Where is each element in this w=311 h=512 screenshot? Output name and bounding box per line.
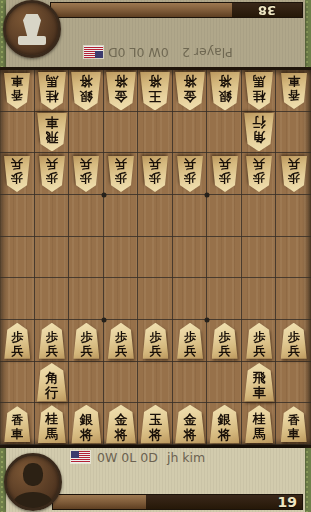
- opponent-score: 38: [258, 3, 276, 18]
- board-cell[interactable]: [69, 237, 104, 279]
- board-cell[interactable]: 金将: [173, 70, 208, 112]
- board-cell[interactable]: 歩兵: [207, 320, 242, 362]
- board-cell[interactable]: 歩兵: [35, 320, 70, 362]
- shogi-piece-gote[interactable]: 金将: [175, 71, 206, 110]
- board-cell[interactable]: [242, 278, 277, 320]
- board-cell[interactable]: 香車: [0, 70, 35, 112]
- board-cell[interactable]: 歩兵: [0, 320, 35, 362]
- shogi-piece-gote[interactable]: 角行: [244, 113, 275, 152]
- shogi-piece-gote[interactable]: 桂馬: [245, 72, 274, 110]
- shogi-piece-sente[interactable]: 歩兵: [142, 323, 169, 359]
- board-cell[interactable]: 歩兵: [69, 153, 104, 195]
- board-cell[interactable]: [35, 195, 70, 237]
- board-cell[interactable]: 歩兵: [0, 153, 35, 195]
- shogi-piece-gote[interactable]: 銀将: [209, 71, 240, 110]
- shogi-piece-gote[interactable]: 歩兵: [177, 156, 204, 192]
- shogi-piece-gote[interactable]: 歩兵: [211, 156, 238, 192]
- star-point: [205, 318, 210, 323]
- player-name: jh kim: [167, 450, 205, 465]
- us-flag-icon: [84, 46, 103, 58]
- board-cell[interactable]: [276, 195, 311, 237]
- shogi-piece-sente[interactable]: 歩兵: [38, 323, 65, 359]
- board-cell[interactable]: [0, 362, 35, 404]
- board-cell[interactable]: [104, 278, 139, 320]
- board-cell[interactable]: [0, 195, 35, 237]
- board-cell[interactable]: 香車: [276, 403, 311, 445]
- board-cell[interactable]: [242, 195, 277, 237]
- board-cell[interactable]: [104, 362, 139, 404]
- board-cell[interactable]: [276, 362, 311, 404]
- shogi-piece-gote[interactable]: 銀将: [71, 71, 102, 110]
- board-cell[interactable]: 銀将: [207, 403, 242, 445]
- shogi-piece-sente[interactable]: 金将: [175, 405, 206, 444]
- shogi-piece-sente[interactable]: 角行: [36, 363, 67, 402]
- board-cell[interactable]: 桂馬: [35, 403, 70, 445]
- shogi-piece-gote[interactable]: 桂馬: [37, 72, 66, 110]
- board-cell[interactable]: [207, 362, 242, 404]
- shogi-piece-sente[interactable]: 歩兵: [4, 323, 31, 359]
- board-cell[interactable]: 飛車: [242, 362, 277, 404]
- board-cell[interactable]: 歩兵: [242, 320, 277, 362]
- shogi-piece-gote[interactable]: 歩兵: [280, 156, 307, 192]
- board-cell[interactable]: 角行: [242, 112, 277, 154]
- board-cell[interactable]: 歩兵: [104, 320, 139, 362]
- board-cell[interactable]: [0, 237, 35, 279]
- shogi-piece-icon: [18, 13, 46, 45]
- board-cell[interactable]: 金将: [173, 403, 208, 445]
- board-cell[interactable]: [69, 112, 104, 154]
- player-avatar[interactable]: [4, 453, 62, 511]
- shogi-piece-sente[interactable]: 歩兵: [280, 323, 307, 359]
- board-cell[interactable]: [138, 112, 173, 154]
- shogi-piece-gote[interactable]: 飛車: [36, 113, 67, 152]
- shogi-piece-sente[interactable]: 銀将: [71, 405, 102, 444]
- player-timebar-fill: [53, 495, 146, 509]
- shogi-piece-gote[interactable]: 歩兵: [38, 156, 65, 192]
- shogi-piece-gote[interactable]: 香車: [280, 73, 307, 109]
- board-cell[interactable]: [104, 112, 139, 154]
- us-flag-icon: [71, 451, 90, 463]
- board-cell[interactable]: 王将: [138, 70, 173, 112]
- board-cell[interactable]: 歩兵: [138, 153, 173, 195]
- board-cell[interactable]: [69, 278, 104, 320]
- board-cell[interactable]: [104, 237, 139, 279]
- board-cell[interactable]: 玉将: [138, 403, 173, 445]
- app-screen: 38 0W 0L 0D Player 2 香車桂馬銀将金将王将金将銀将桂馬香車飛…: [0, 0, 311, 512]
- star-point: [205, 193, 210, 198]
- board-cell[interactable]: [69, 362, 104, 404]
- board-cell[interactable]: 歩兵: [276, 153, 311, 195]
- board-cell[interactable]: [138, 195, 173, 237]
- board-cell[interactable]: 桂馬: [242, 403, 277, 445]
- board-cell[interactable]: 歩兵: [242, 153, 277, 195]
- board-cell[interactable]: 歩兵: [173, 153, 208, 195]
- opponent-timebar: 38: [50, 2, 303, 18]
- shogi-piece-sente[interactable]: 桂馬: [37, 405, 66, 443]
- board-cell[interactable]: 銀将: [69, 70, 104, 112]
- shogi-piece-sente[interactable]: 桂馬: [245, 405, 274, 443]
- board-cell[interactable]: 桂馬: [242, 70, 277, 112]
- opponent-timebar-fill: [51, 3, 232, 17]
- shogi-piece-sente[interactable]: 歩兵: [211, 323, 238, 359]
- board-cell[interactable]: [173, 112, 208, 154]
- board-cell[interactable]: [276, 237, 311, 279]
- board-cell[interactable]: 銀将: [207, 70, 242, 112]
- board-cell[interactable]: [138, 362, 173, 404]
- shogi-piece-gote[interactable]: 歩兵: [4, 156, 31, 192]
- board-cell[interactable]: [138, 237, 173, 279]
- board-cell[interactable]: [173, 195, 208, 237]
- shogi-piece-gote[interactable]: 王将: [140, 71, 171, 110]
- board-cell[interactable]: [0, 112, 35, 154]
- board-cell[interactable]: [207, 278, 242, 320]
- shogi-piece-sente[interactable]: 玉将: [140, 405, 171, 444]
- board-cell[interactable]: 角行: [35, 362, 70, 404]
- board-cell[interactable]: 金将: [104, 70, 139, 112]
- board-cell[interactable]: 歩兵: [35, 153, 70, 195]
- shogi-piece-sente[interactable]: 歩兵: [246, 323, 273, 359]
- shogi-piece-sente[interactable]: 銀将: [209, 405, 240, 444]
- board-cell[interactable]: 香車: [276, 70, 311, 112]
- shogi-piece-gote[interactable]: 歩兵: [142, 156, 169, 192]
- board-cell[interactable]: [276, 278, 311, 320]
- shogi-board: 香車桂馬銀将金将王将金将銀将桂馬香車飛車角行歩兵歩兵歩兵歩兵歩兵歩兵歩兵歩兵歩兵…: [0, 67, 311, 448]
- shogi-piece-gote[interactable]: 歩兵: [246, 156, 273, 192]
- person-icon: [7, 456, 59, 508]
- shogi-piece-gote[interactable]: 歩兵: [73, 156, 100, 192]
- board-cell[interactable]: [69, 195, 104, 237]
- opponent-record: 0W 0L 0D: [108, 45, 169, 60]
- board-cell[interactable]: 歩兵: [276, 320, 311, 362]
- board-cell[interactable]: [173, 362, 208, 404]
- board-cell[interactable]: 金将: [104, 403, 139, 445]
- board-cell[interactable]: 桂馬: [35, 70, 70, 112]
- shogi-piece-sente[interactable]: 歩兵: [73, 323, 100, 359]
- board-cell[interactable]: [173, 278, 208, 320]
- board-cell[interactable]: 歩兵: [69, 320, 104, 362]
- board-cell[interactable]: [276, 112, 311, 154]
- shogi-piece-sente[interactable]: 歩兵: [177, 323, 204, 359]
- board-cell[interactable]: [207, 112, 242, 154]
- opponent-avatar[interactable]: [3, 0, 61, 58]
- board-cell[interactable]: [138, 278, 173, 320]
- opponent-name: Player 2: [182, 45, 233, 60]
- player-timebar: 19: [52, 494, 303, 510]
- shogi-piece-sente[interactable]: 金将: [105, 405, 136, 444]
- star-point: [101, 318, 106, 323]
- board-cell[interactable]: 飛車: [35, 112, 70, 154]
- board-cell[interactable]: [207, 237, 242, 279]
- shogi-piece-sente[interactable]: 香車: [280, 406, 307, 442]
- board-cell[interactable]: [35, 278, 70, 320]
- shogi-piece-sente[interactable]: 飛車: [244, 363, 275, 402]
- board-cell[interactable]: [35, 237, 70, 279]
- shogi-piece-gote[interactable]: 歩兵: [107, 156, 134, 192]
- board-cell[interactable]: [104, 195, 139, 237]
- player-score-segment: 19: [146, 495, 302, 509]
- shogi-piece-sente[interactable]: 香車: [4, 406, 31, 442]
- player-record: 0W 0L 0D: [97, 450, 158, 465]
- opponent-score-segment: 38: [232, 3, 302, 17]
- board-cell[interactable]: 歩兵: [173, 320, 208, 362]
- board-cell[interactable]: 銀将: [69, 403, 104, 445]
- shogi-piece-gote[interactable]: 香車: [4, 73, 31, 109]
- board-cell[interactable]: [173, 237, 208, 279]
- board-cell[interactable]: [242, 237, 277, 279]
- board-grid: 香車桂馬銀将金将王将金将銀将桂馬香車飛車角行歩兵歩兵歩兵歩兵歩兵歩兵歩兵歩兵歩兵…: [0, 70, 311, 445]
- shogi-piece-sente[interactable]: 歩兵: [107, 323, 134, 359]
- player-score: 19: [278, 494, 297, 510]
- shogi-piece-gote[interactable]: 金将: [105, 71, 136, 110]
- board-cell[interactable]: 歩兵: [207, 153, 242, 195]
- board-cell[interactable]: [0, 278, 35, 320]
- board-cell[interactable]: 歩兵: [104, 153, 139, 195]
- star-point: [101, 193, 106, 198]
- board-cell[interactable]: [207, 195, 242, 237]
- board-cell[interactable]: 香車: [0, 403, 35, 445]
- board-cell[interactable]: 歩兵: [138, 320, 173, 362]
